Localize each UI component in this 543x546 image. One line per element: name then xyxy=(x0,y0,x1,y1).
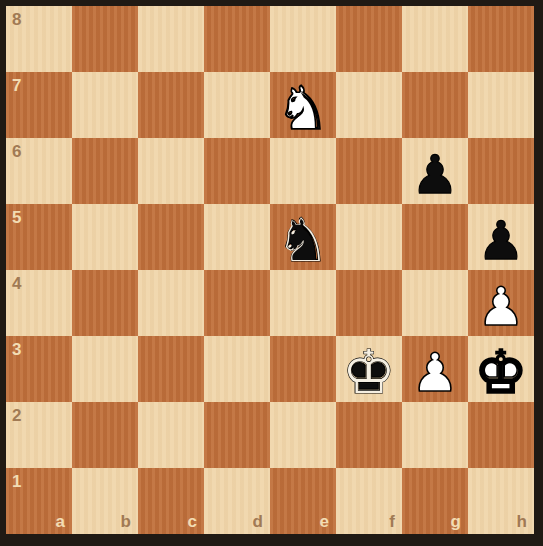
chess-board-frame: 87654321abcdefgh♞♘♟♞♘♟♟♚♔♟♚♔ xyxy=(0,0,543,546)
piece-black-pawn-h5[interactable]: ♟ xyxy=(468,204,534,270)
square-a1[interactable]: 1a xyxy=(6,468,72,534)
square-d7[interactable] xyxy=(204,72,270,138)
black-knight-detail-icon: ♘ xyxy=(270,207,336,273)
rank-label-3: 3 xyxy=(12,341,21,358)
square-b8[interactable] xyxy=(72,6,138,72)
square-h8[interactable] xyxy=(468,6,534,72)
square-d4[interactable] xyxy=(204,270,270,336)
black-knight-icon: ♞ xyxy=(270,207,336,273)
square-e1[interactable]: e xyxy=(270,468,336,534)
file-label-b: b xyxy=(121,513,131,530)
square-c1[interactable]: c xyxy=(138,468,204,534)
black-king-icon: ♚ xyxy=(336,339,402,405)
square-f7[interactable] xyxy=(336,72,402,138)
square-g8[interactable] xyxy=(402,6,468,72)
white-king-icon: ♚ xyxy=(468,339,534,405)
rank-label-7: 7 xyxy=(12,77,21,94)
square-b1[interactable]: b xyxy=(72,468,138,534)
rank-label-6: 6 xyxy=(12,143,21,160)
square-e3[interactable] xyxy=(270,336,336,402)
square-d1[interactable]: d xyxy=(204,468,270,534)
piece-white-king-h3[interactable]: ♚♔ xyxy=(468,336,534,402)
square-b5[interactable] xyxy=(72,204,138,270)
piece-white-knight-e7[interactable]: ♞♘ xyxy=(270,72,336,138)
square-a3[interactable]: 3 xyxy=(6,336,72,402)
square-a7[interactable]: 7 xyxy=(6,72,72,138)
square-f8[interactable] xyxy=(336,6,402,72)
square-c3[interactable] xyxy=(138,336,204,402)
square-c7[interactable] xyxy=(138,72,204,138)
square-h7[interactable] xyxy=(468,72,534,138)
rank-label-1: 1 xyxy=(12,473,21,490)
piece-white-pawn-g3[interactable]: ♟ xyxy=(402,336,468,402)
white-knight-detail-icon: ♘ xyxy=(270,75,336,141)
square-c8[interactable] xyxy=(138,6,204,72)
piece-white-pawn-h4[interactable]: ♟ xyxy=(468,270,534,336)
square-a6[interactable]: 6 xyxy=(6,138,72,204)
square-f2[interactable] xyxy=(336,402,402,468)
square-b7[interactable] xyxy=(72,72,138,138)
square-d3[interactable] xyxy=(204,336,270,402)
file-label-g: g xyxy=(451,513,461,530)
white-king-detail-icon: ♔ xyxy=(468,339,534,405)
file-label-d: d xyxy=(253,513,263,530)
black-pawn-icon: ♟ xyxy=(468,207,534,273)
black-king-detail-icon: ♔ xyxy=(336,339,402,405)
square-e6[interactable] xyxy=(270,138,336,204)
square-h6[interactable] xyxy=(468,138,534,204)
square-e8[interactable] xyxy=(270,6,336,72)
square-f4[interactable] xyxy=(336,270,402,336)
square-b3[interactable] xyxy=(72,336,138,402)
square-g5[interactable] xyxy=(402,204,468,270)
square-g7[interactable] xyxy=(402,72,468,138)
square-c4[interactable] xyxy=(138,270,204,336)
file-label-a: a xyxy=(56,513,65,530)
square-b2[interactable] xyxy=(72,402,138,468)
rank-label-2: 2 xyxy=(12,407,21,424)
rank-label-4: 4 xyxy=(12,275,21,292)
square-h1[interactable]: h xyxy=(468,468,534,534)
square-f5[interactable] xyxy=(336,204,402,270)
square-a2[interactable]: 2 xyxy=(6,402,72,468)
white-pawn-icon: ♟ xyxy=(468,273,534,339)
piece-black-pawn-g6[interactable]: ♟ xyxy=(402,138,468,204)
rank-label-8: 8 xyxy=(12,11,21,28)
square-c5[interactable] xyxy=(138,204,204,270)
square-g1[interactable]: g xyxy=(402,468,468,534)
piece-black-king-f3[interactable]: ♚♔ xyxy=(336,336,402,402)
square-g4[interactable] xyxy=(402,270,468,336)
square-d6[interactable] xyxy=(204,138,270,204)
square-a4[interactable]: 4 xyxy=(6,270,72,336)
piece-black-knight-e5[interactable]: ♞♘ xyxy=(270,204,336,270)
square-h2[interactable] xyxy=(468,402,534,468)
square-d2[interactable] xyxy=(204,402,270,468)
file-label-h: h xyxy=(517,513,527,530)
square-f1[interactable]: f xyxy=(336,468,402,534)
file-label-c: c xyxy=(188,513,197,530)
square-c6[interactable] xyxy=(138,138,204,204)
square-e2[interactable] xyxy=(270,402,336,468)
square-c2[interactable] xyxy=(138,402,204,468)
white-knight-icon: ♞ xyxy=(270,75,336,141)
white-pawn-icon: ♟ xyxy=(402,339,468,405)
black-pawn-icon: ♟ xyxy=(402,141,468,207)
chess-board: 87654321abcdefgh♞♘♟♞♘♟♟♚♔♟♚♔ xyxy=(6,6,534,534)
file-label-f: f xyxy=(389,513,395,530)
rank-label-5: 5 xyxy=(12,209,21,226)
square-d8[interactable] xyxy=(204,6,270,72)
file-label-e: e xyxy=(320,513,329,530)
square-a5[interactable]: 5 xyxy=(6,204,72,270)
square-d5[interactable] xyxy=(204,204,270,270)
square-e4[interactable] xyxy=(270,270,336,336)
square-g2[interactable] xyxy=(402,402,468,468)
square-a8[interactable]: 8 xyxy=(6,6,72,72)
square-b6[interactable] xyxy=(72,138,138,204)
square-f6[interactable] xyxy=(336,138,402,204)
square-b4[interactable] xyxy=(72,270,138,336)
